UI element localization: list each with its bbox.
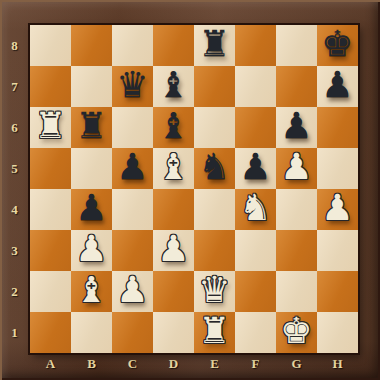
square-a8[interactable]	[30, 25, 71, 66]
square-a7[interactable]	[30, 66, 71, 107]
piece-black-queen[interactable]: ♛	[112, 64, 153, 105]
file-label-f: F	[235, 352, 276, 376]
square-g2[interactable]	[276, 271, 317, 312]
file-label-g: G	[276, 352, 317, 376]
square-b6[interactable]: ♜	[71, 107, 112, 148]
square-e7[interactable]	[194, 66, 235, 107]
square-h6[interactable]	[317, 107, 358, 148]
square-c5[interactable]: ♟	[112, 148, 153, 189]
piece-black-king[interactable]: ♚	[317, 23, 358, 64]
square-d2[interactable]	[153, 271, 194, 312]
piece-black-rook[interactable]: ♜	[71, 105, 112, 146]
square-c2[interactable]: ♟	[112, 271, 153, 312]
square-b3[interactable]: ♟	[71, 230, 112, 271]
square-c7[interactable]: ♛	[112, 66, 153, 107]
chess-board: ♜♚♛♝♟♜♜♝♟♟♝♞♟♟♟♞♟♟♟♝♟♛♜♚	[30, 25, 358, 353]
square-h3[interactable]	[317, 230, 358, 271]
file-labels: ABCDEFGH	[30, 352, 358, 376]
square-d1[interactable]	[153, 312, 194, 353]
square-e3[interactable]	[194, 230, 235, 271]
square-h1[interactable]	[317, 312, 358, 353]
piece-black-pawn[interactable]: ♟	[112, 146, 153, 187]
piece-black-pawn[interactable]: ♟	[276, 105, 317, 146]
piece-white-pawn[interactable]: ♟	[276, 146, 317, 187]
piece-white-pawn[interactable]: ♟	[153, 228, 194, 269]
square-d3[interactable]: ♟	[153, 230, 194, 271]
square-a6[interactable]: ♜	[30, 107, 71, 148]
square-h2[interactable]	[317, 271, 358, 312]
file-label-d: D	[153, 352, 194, 376]
square-b7[interactable]	[71, 66, 112, 107]
square-b2[interactable]: ♝	[71, 271, 112, 312]
chess-diagram: 87654321 ABCDEFGH ♜♚♛♝♟♜♜♝♟♟♝♞♟♟♟♞♟♟♟♝♟♛…	[0, 0, 380, 380]
piece-black-knight[interactable]: ♞	[194, 146, 235, 187]
square-f6[interactable]	[235, 107, 276, 148]
square-e8[interactable]: ♜	[194, 25, 235, 66]
square-c1[interactable]	[112, 312, 153, 353]
file-label-h: H	[317, 352, 358, 376]
square-f4[interactable]: ♞	[235, 189, 276, 230]
square-f2[interactable]	[235, 271, 276, 312]
piece-black-bishop[interactable]: ♝	[153, 64, 194, 105]
file-label-b: B	[71, 352, 112, 376]
square-f1[interactable]	[235, 312, 276, 353]
rank-label-1: 1	[0, 312, 29, 353]
square-f7[interactable]	[235, 66, 276, 107]
square-f5[interactable]: ♟	[235, 148, 276, 189]
square-b8[interactable]	[71, 25, 112, 66]
square-g6[interactable]: ♟	[276, 107, 317, 148]
rank-label-3: 3	[0, 230, 29, 271]
file-label-c: C	[112, 352, 153, 376]
square-c8[interactable]	[112, 25, 153, 66]
rank-label-5: 5	[0, 148, 29, 189]
piece-white-king[interactable]: ♚	[276, 310, 317, 351]
square-c6[interactable]	[112, 107, 153, 148]
piece-white-pawn[interactable]: ♟	[317, 187, 358, 228]
piece-black-pawn[interactable]: ♟	[235, 146, 276, 187]
square-h8[interactable]: ♚	[317, 25, 358, 66]
square-f3[interactable]	[235, 230, 276, 271]
piece-black-rook[interactable]: ♜	[194, 23, 235, 64]
square-g4[interactable]	[276, 189, 317, 230]
rank-label-2: 2	[0, 271, 29, 312]
square-d7[interactable]: ♝	[153, 66, 194, 107]
square-c3[interactable]	[112, 230, 153, 271]
square-a3[interactable]	[30, 230, 71, 271]
square-g7[interactable]	[276, 66, 317, 107]
piece-white-bishop[interactable]: ♝	[153, 146, 194, 187]
square-a4[interactable]	[30, 189, 71, 230]
square-g3[interactable]	[276, 230, 317, 271]
piece-black-pawn[interactable]: ♟	[71, 187, 112, 228]
piece-white-rook[interactable]: ♜	[194, 310, 235, 351]
rank-labels: 87654321	[0, 25, 29, 353]
square-d4[interactable]	[153, 189, 194, 230]
square-h4[interactable]: ♟	[317, 189, 358, 230]
square-a5[interactable]	[30, 148, 71, 189]
square-h5[interactable]	[317, 148, 358, 189]
square-d6[interactable]: ♝	[153, 107, 194, 148]
piece-black-bishop[interactable]: ♝	[153, 105, 194, 146]
piece-white-knight[interactable]: ♞	[235, 187, 276, 228]
square-e4[interactable]	[194, 189, 235, 230]
square-g1[interactable]: ♚	[276, 312, 317, 353]
square-b5[interactable]	[71, 148, 112, 189]
rank-label-8: 8	[0, 25, 29, 66]
square-a2[interactable]	[30, 271, 71, 312]
square-a1[interactable]	[30, 312, 71, 353]
square-e5[interactable]: ♞	[194, 148, 235, 189]
rank-label-7: 7	[0, 66, 29, 107]
rank-label-4: 4	[0, 189, 29, 230]
piece-black-pawn[interactable]: ♟	[317, 64, 358, 105]
square-c4[interactable]	[112, 189, 153, 230]
square-d8[interactable]	[153, 25, 194, 66]
piece-white-pawn[interactable]: ♟	[112, 269, 153, 310]
piece-white-bishop[interactable]: ♝	[71, 269, 112, 310]
square-b4[interactable]: ♟	[71, 189, 112, 230]
square-g5[interactable]: ♟	[276, 148, 317, 189]
file-label-a: A	[30, 352, 71, 376]
square-e6[interactable]	[194, 107, 235, 148]
rank-label-6: 6	[0, 107, 29, 148]
square-e2[interactable]: ♛	[194, 271, 235, 312]
square-d5[interactable]: ♝	[153, 148, 194, 189]
square-h7[interactable]: ♟	[317, 66, 358, 107]
piece-white-pawn[interactable]: ♟	[71, 228, 112, 269]
piece-white-rook[interactable]: ♜	[30, 105, 71, 146]
square-e1[interactable]: ♜	[194, 312, 235, 353]
piece-white-queen[interactable]: ♛	[194, 269, 235, 310]
file-label-e: E	[194, 352, 235, 376]
square-f8[interactable]	[235, 25, 276, 66]
square-g8[interactable]	[276, 25, 317, 66]
square-b1[interactable]	[71, 312, 112, 353]
